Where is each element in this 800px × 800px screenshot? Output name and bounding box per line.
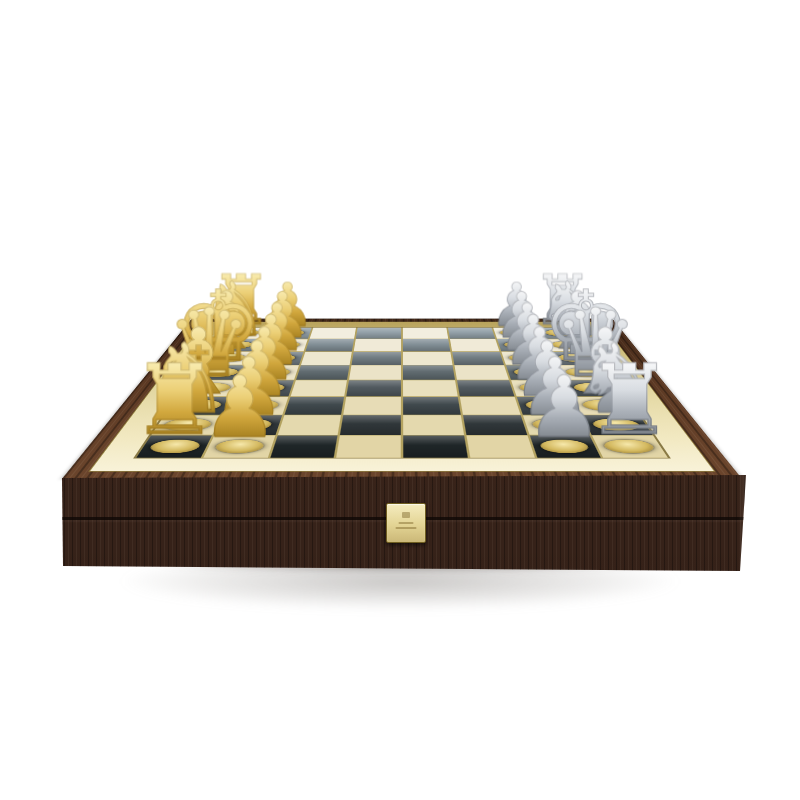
chess-board-grid: ♜♟♟♜♞♟♟♞♝♟♟♝♚♟♟♚♛♟♟♛♝♟♟♝♞♟♟♞♜♟♟♜: [133, 327, 671, 458]
square-e5[interactable]: [403, 365, 455, 379]
silver-pawn[interactable]: ♟: [527, 367, 603, 447]
square-h6[interactable]: [448, 328, 495, 339]
square-e4[interactable]: [349, 365, 401, 379]
clasp-engraving-line: [396, 527, 417, 529]
case-clasp[interactable]: [386, 503, 426, 543]
square-h3[interactable]: [309, 328, 356, 339]
square-f4[interactable]: [352, 352, 401, 365]
square-g4[interactable]: [354, 339, 401, 351]
square-b5[interactable]: [403, 415, 464, 435]
square-a2[interactable]: ♟: [203, 436, 275, 458]
square-a1[interactable]: ♜: [136, 436, 211, 458]
square-c6[interactable]: [460, 397, 520, 415]
square-c5[interactable]: [403, 397, 460, 415]
square-a7[interactable]: ♟: [529, 436, 601, 458]
square-e6[interactable]: [454, 365, 508, 379]
square-f5[interactable]: [403, 352, 452, 365]
square-a5[interactable]: [403, 436, 467, 458]
gold-pawn[interactable]: ♟: [202, 367, 278, 447]
square-g6[interactable]: [450, 339, 499, 351]
square-b3[interactable]: [277, 415, 341, 435]
clasp-maker-mark: [402, 512, 410, 518]
case-corner-highlight: [738, 470, 746, 800]
square-c3[interactable]: [284, 397, 344, 415]
square-b6[interactable]: [463, 415, 527, 435]
square-g3[interactable]: [305, 339, 354, 351]
square-e3[interactable]: [296, 365, 350, 379]
square-b4[interactable]: [340, 415, 401, 435]
square-f3[interactable]: [301, 352, 353, 365]
clasp-engraving-line: [399, 522, 414, 524]
square-h5[interactable]: [403, 328, 448, 339]
square-h4[interactable]: [356, 328, 401, 339]
square-a6[interactable]: [466, 436, 534, 458]
square-g5[interactable]: [403, 339, 450, 351]
square-a3[interactable]: [270, 436, 338, 458]
square-c4[interactable]: [344, 397, 401, 415]
scene: ♜♟♟♜♞♟♟♞♝♟♟♝♚♟♟♚♛♟♟♛♝♟♟♝♞♟♟♞♜♟♟♜: [0, 0, 800, 800]
square-a8[interactable]: ♜: [592, 436, 667, 458]
square-f6[interactable]: [452, 352, 504, 365]
square-a4[interactable]: [336, 436, 400, 458]
board-wood-frame: ♜♟♟♜♞♟♟♞♝♟♟♝♚♟♟♚♛♟♟♛♝♟♟♝♞♟♟♞♜♟♟♜: [61, 319, 742, 480]
